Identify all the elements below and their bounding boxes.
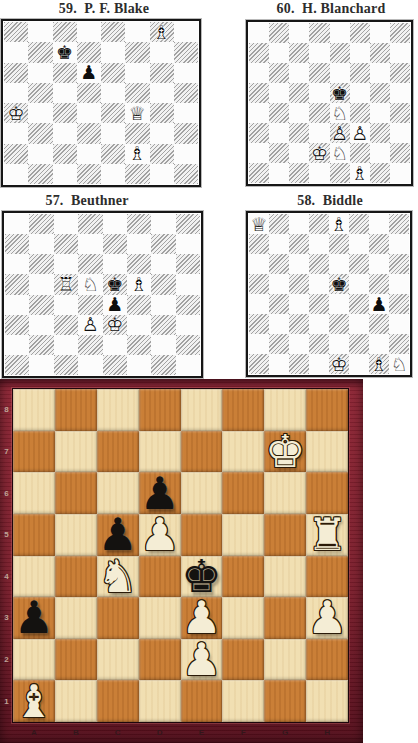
square-a5[interactable] — [13, 514, 55, 556]
square-b2[interactable] — [55, 639, 97, 681]
square-b3 — [269, 123, 289, 143]
square-c5 — [289, 274, 309, 294]
square-f2 — [127, 335, 151, 355]
square-f6 — [125, 63, 149, 83]
square-a3 — [4, 123, 28, 143]
square-b3 — [29, 315, 53, 335]
square-d6: ♟ — [77, 63, 101, 83]
square-d2: ♔ — [309, 143, 329, 163]
square-e7[interactable] — [181, 431, 223, 473]
square-h3 — [176, 315, 200, 335]
square-f8 — [127, 214, 151, 234]
rank-label-8: 8 — [0, 389, 13, 431]
square-c8[interactable] — [97, 389, 139, 431]
main-chess-board: ♚♟♟♟♜♞♚♟♟♟♟♝ 87654321 ABCDEFGH — [0, 379, 363, 743]
square-g6 — [150, 63, 174, 83]
square-d5 — [309, 274, 329, 294]
square-f5 — [125, 83, 149, 103]
file-label-E: E — [181, 728, 223, 737]
square-c1 — [53, 164, 77, 184]
diagram-57-title: 57. Beuthner — [45, 193, 128, 209]
square-h5[interactable]: ♜ — [306, 514, 348, 556]
square-d5: ♘ — [78, 274, 102, 294]
square-a8 — [4, 22, 28, 42]
white-bishop: ♗ — [351, 164, 368, 183]
square-f3[interactable] — [222, 597, 264, 639]
square-d6 — [309, 254, 329, 274]
square-g5 — [369, 274, 389, 294]
square-b7[interactable] — [55, 431, 97, 473]
square-d3 — [309, 314, 329, 334]
square-a4 — [249, 294, 269, 314]
square-b7 — [28, 42, 52, 62]
square-e8 — [101, 22, 125, 42]
diagram-59-board: ♗♚♟♔♕♗ — [1, 19, 201, 187]
square-f1[interactable] — [222, 680, 264, 722]
square-d7 — [309, 234, 329, 254]
square-a8[interactable] — [13, 389, 55, 431]
square-h6 — [176, 254, 200, 274]
square-e4 — [329, 294, 349, 314]
square-c8 — [289, 23, 309, 43]
rank-label-2: 2 — [0, 639, 13, 681]
square-f2 — [350, 143, 370, 163]
square-f4 — [349, 294, 369, 314]
square-g5 — [370, 83, 390, 103]
file-label-G: G — [264, 728, 306, 737]
square-f4: ♕ — [125, 103, 149, 123]
square-e6[interactable] — [181, 472, 223, 514]
square-h3[interactable]: ♟ — [306, 597, 348, 639]
square-e1 — [330, 163, 350, 183]
square-f3: ♙ — [350, 123, 370, 143]
square-b3 — [269, 314, 289, 334]
square-g1 — [150, 164, 174, 184]
square-h7[interactable] — [306, 431, 348, 473]
square-b4 — [28, 103, 52, 123]
square-e8: ♗ — [329, 214, 349, 234]
square-a4 — [249, 103, 269, 123]
square-d2[interactable] — [139, 639, 181, 681]
square-f3 — [127, 315, 151, 335]
square-d4[interactable] — [139, 556, 181, 598]
square-a7 — [5, 234, 29, 254]
square-e6 — [101, 63, 125, 83]
square-g4 — [370, 103, 390, 123]
square-g3 — [370, 123, 390, 143]
white-king: ♔ — [106, 315, 123, 334]
rank-label-5: 5 — [0, 514, 13, 556]
file-label-D: D — [139, 728, 181, 737]
square-d3[interactable] — [139, 597, 181, 639]
square-h5 — [174, 83, 198, 103]
square-a8 — [249, 23, 269, 43]
square-e6 — [330, 63, 350, 83]
square-a3 — [249, 314, 269, 334]
square-g8 — [369, 214, 389, 234]
square-g4: ♟ — [369, 294, 389, 314]
square-d2 — [77, 144, 101, 164]
square-b4 — [269, 294, 289, 314]
white-pawn[interactable]: ♟ — [181, 639, 221, 680]
square-a5 — [249, 83, 269, 103]
square-g7 — [151, 234, 175, 254]
square-h5 — [176, 274, 200, 294]
square-b1[interactable] — [55, 680, 97, 722]
square-c3 — [54, 315, 78, 335]
square-e5: ♚ — [103, 274, 127, 294]
square-e7 — [330, 43, 350, 63]
square-d3 — [309, 123, 329, 143]
square-h3 — [389, 314, 409, 334]
white-king: ♔ — [311, 144, 328, 163]
square-f5[interactable] — [222, 514, 264, 556]
square-a4 — [5, 295, 29, 315]
square-a8: ♕ — [249, 214, 269, 234]
square-h4 — [390, 103, 410, 123]
square-a2 — [5, 335, 29, 355]
square-c2[interactable] — [97, 639, 139, 681]
square-f8[interactable] — [222, 389, 264, 431]
rank-label-3: 3 — [0, 597, 13, 639]
square-b8 — [269, 23, 289, 43]
square-b5 — [29, 274, 53, 294]
square-h7 — [389, 234, 409, 254]
square-e1 — [101, 164, 125, 184]
square-f5: ♗ — [127, 274, 151, 294]
square-g5[interactable] — [264, 514, 306, 556]
square-f2: ♗ — [125, 144, 149, 164]
white-knight: ♘ — [82, 275, 99, 294]
square-d6 — [309, 63, 329, 83]
square-e3: ♙ — [330, 123, 350, 143]
diagram-58-title: 58. Biddle — [297, 193, 363, 209]
square-b1 — [269, 163, 289, 183]
square-f6 — [127, 254, 151, 274]
square-g6 — [151, 254, 175, 274]
square-f7 — [349, 234, 369, 254]
square-c1 — [54, 355, 78, 375]
square-a6[interactable] — [13, 472, 55, 514]
square-f6 — [350, 63, 370, 83]
white-queen: ♕ — [250, 215, 267, 234]
square-b8 — [29, 214, 53, 234]
square-f1 — [127, 355, 151, 375]
square-d5[interactable]: ♟ — [139, 514, 181, 556]
square-f6 — [349, 254, 369, 274]
square-e4 — [101, 103, 125, 123]
square-e1[interactable] — [181, 680, 223, 722]
square-b3[interactable] — [55, 597, 97, 639]
square-b7 — [29, 234, 53, 254]
square-h1[interactable] — [306, 680, 348, 722]
square-g6 — [370, 63, 390, 83]
black-king: ♚ — [56, 43, 73, 62]
rank-label-4: 4 — [0, 556, 13, 598]
square-a1 — [4, 164, 28, 184]
square-d7 — [77, 42, 101, 62]
square-f2 — [349, 334, 369, 354]
square-h1 — [390, 163, 410, 183]
square-g7 — [150, 42, 174, 62]
square-b7 — [269, 234, 289, 254]
square-f6[interactable] — [222, 472, 264, 514]
square-c4 — [54, 295, 78, 315]
black-pawn: ♟ — [106, 295, 123, 314]
square-c2 — [289, 143, 309, 163]
square-e2 — [103, 335, 127, 355]
white-king: ♔ — [330, 355, 347, 374]
square-g1 — [370, 163, 390, 183]
square-f7 — [127, 234, 151, 254]
square-b2 — [28, 144, 52, 164]
black-pawn[interactable]: ♟ — [14, 597, 54, 638]
square-e3 — [329, 314, 349, 334]
square-g1[interactable] — [264, 680, 306, 722]
white-pawn[interactable]: ♟ — [139, 514, 179, 555]
square-e2: ♘ — [330, 143, 350, 163]
square-b5 — [269, 83, 289, 103]
square-d3: ♙ — [78, 315, 102, 335]
square-b4 — [269, 103, 289, 123]
square-c6 — [289, 63, 309, 83]
square-f5 — [350, 83, 370, 103]
square-g8 — [370, 23, 390, 43]
square-e3: ♔ — [103, 315, 127, 335]
square-b5[interactable] — [55, 514, 97, 556]
square-g5 — [150, 83, 174, 103]
square-f8 — [350, 23, 370, 43]
black-pawn: ♟ — [80, 63, 97, 82]
black-king: ♚ — [331, 84, 348, 103]
square-c7[interactable] — [97, 431, 139, 473]
square-c5 — [289, 83, 309, 103]
square-a6 — [5, 254, 29, 274]
square-h1 — [174, 164, 198, 184]
square-e7 — [103, 234, 127, 254]
square-h6 — [174, 63, 198, 83]
white-knight: ♘ — [390, 355, 407, 374]
square-d5 — [309, 83, 329, 103]
square-c1 — [289, 354, 309, 374]
diagram-60-board: ♚♘♙♙♔♘♗ — [246, 20, 413, 186]
square-a5 — [249, 274, 269, 294]
square-h7 — [176, 234, 200, 254]
square-a7[interactable] — [13, 431, 55, 473]
square-g4[interactable] — [264, 556, 306, 598]
square-a1[interactable]: ♝ — [13, 680, 55, 722]
square-f7[interactable] — [222, 431, 264, 473]
square-h4 — [174, 103, 198, 123]
page: 59. P. F. Blake 60. H. Blanchard ♗♚♟♔♕♗ … — [0, 0, 418, 743]
square-c8 — [54, 214, 78, 234]
square-a1 — [5, 355, 29, 375]
square-a1 — [249, 163, 269, 183]
square-d3 — [77, 123, 101, 143]
square-d4 — [78, 295, 102, 315]
square-h7 — [390, 43, 410, 63]
square-d7 — [78, 234, 102, 254]
square-a5 — [5, 274, 29, 294]
square-a4: ♔ — [4, 103, 28, 123]
square-h8[interactable] — [306, 389, 348, 431]
square-d1 — [309, 163, 329, 183]
white-knight[interactable]: ♞ — [98, 556, 138, 597]
square-a6 — [249, 63, 269, 83]
white-rook[interactable]: ♜ — [307, 514, 347, 555]
square-f5 — [349, 274, 369, 294]
square-a2 — [249, 143, 269, 163]
square-g6 — [369, 254, 389, 274]
square-h5 — [390, 83, 410, 103]
square-b4[interactable] — [55, 556, 97, 598]
square-c8 — [289, 214, 309, 234]
square-b1 — [29, 355, 53, 375]
square-g4 — [151, 295, 175, 315]
square-e5: ♚ — [329, 274, 349, 294]
square-f1 — [125, 164, 149, 184]
square-c7 — [54, 234, 78, 254]
square-c6 — [53, 63, 77, 83]
square-c1[interactable] — [97, 680, 139, 722]
white-bishop[interactable]: ♝ — [14, 681, 54, 722]
square-c7: ♚ — [53, 42, 77, 62]
square-b8 — [269, 214, 289, 234]
square-b3 — [28, 123, 52, 143]
square-e1 — [103, 355, 127, 375]
square-g7[interactable]: ♚ — [264, 431, 306, 473]
square-e8[interactable] — [181, 389, 223, 431]
square-g3[interactable] — [264, 597, 306, 639]
diagram-57-board: ♖♘♚♗♟♙♔ — [2, 211, 203, 378]
square-c7 — [289, 234, 309, 254]
square-e7 — [329, 234, 349, 254]
square-h7 — [174, 42, 198, 62]
square-c2 — [289, 334, 309, 354]
white-bishop: ♗ — [153, 23, 170, 42]
black-king: ♚ — [330, 275, 347, 294]
square-g2 — [369, 334, 389, 354]
white-pawn: ♙ — [82, 315, 99, 334]
square-h1 — [176, 355, 200, 375]
square-f4 — [350, 103, 370, 123]
square-e1: ♔ — [329, 354, 349, 374]
file-label-F: F — [222, 728, 264, 737]
square-b6 — [29, 254, 53, 274]
white-knight: ♘ — [331, 104, 348, 123]
square-g4 — [150, 103, 174, 123]
square-f1: ♗ — [350, 163, 370, 183]
square-a3 — [249, 123, 269, 143]
square-d8[interactable] — [139, 389, 181, 431]
square-b2 — [269, 334, 289, 354]
square-a2 — [4, 144, 28, 164]
square-a3[interactable]: ♟ — [13, 597, 55, 639]
square-a5 — [4, 83, 28, 103]
square-d1 — [309, 354, 329, 374]
black-king: ♚ — [106, 275, 123, 294]
square-b6 — [269, 63, 289, 83]
white-bishop: ♗ — [131, 275, 148, 294]
square-c1 — [289, 163, 309, 183]
square-d4 — [77, 103, 101, 123]
square-g3 — [150, 123, 174, 143]
square-c6 — [289, 254, 309, 274]
square-e2 — [101, 144, 125, 164]
diagram-59-title: 59. P. F. Blake — [59, 1, 149, 17]
square-e2[interactable]: ♟ — [181, 639, 223, 681]
white-king[interactable]: ♚ — [265, 431, 305, 472]
square-c3 — [289, 314, 309, 334]
square-d1 — [78, 355, 102, 375]
square-d4 — [309, 103, 329, 123]
square-c5 — [53, 83, 77, 103]
square-e8 — [103, 214, 127, 234]
file-label-H: H — [306, 728, 348, 737]
square-g2[interactable] — [264, 639, 306, 681]
square-h8 — [390, 23, 410, 43]
square-b6[interactable] — [55, 472, 97, 514]
rank-label-1: 1 — [0, 680, 13, 722]
square-c3[interactable] — [97, 597, 139, 639]
square-c4 — [289, 103, 309, 123]
square-c4 — [289, 294, 309, 314]
square-f2[interactable] — [222, 639, 264, 681]
square-g2 — [150, 144, 174, 164]
square-c6 — [54, 254, 78, 274]
square-d7[interactable] — [139, 431, 181, 473]
square-a7 — [4, 42, 28, 62]
diagram-60-title: 60. H. Blanchard — [277, 1, 386, 17]
square-b8[interactable] — [55, 389, 97, 431]
white-king: ♔ — [8, 104, 25, 123]
square-b8 — [28, 22, 52, 42]
square-a6 — [249, 254, 269, 274]
square-b6 — [28, 63, 52, 83]
square-h8 — [389, 214, 409, 234]
square-g6[interactable] — [264, 472, 306, 514]
square-d2 — [78, 335, 102, 355]
square-g8: ♗ — [150, 22, 174, 42]
square-b7 — [269, 43, 289, 63]
square-g3 — [369, 314, 389, 334]
square-c5: ♖ — [54, 274, 78, 294]
square-c8 — [53, 22, 77, 42]
square-g3 — [151, 315, 175, 335]
square-c3 — [289, 123, 309, 143]
square-d1[interactable] — [139, 680, 181, 722]
square-f8 — [349, 214, 369, 234]
square-h2 — [389, 334, 409, 354]
square-h2[interactable] — [306, 639, 348, 681]
file-label-C: C — [97, 728, 139, 737]
square-g2 — [370, 143, 390, 163]
square-h4 — [176, 295, 200, 315]
square-d2 — [309, 334, 329, 354]
white-bishop: ♗ — [330, 215, 347, 234]
square-a1 — [249, 354, 269, 374]
square-b2 — [29, 335, 53, 355]
rank-label-7: 7 — [0, 431, 13, 473]
square-c4[interactable]: ♞ — [97, 556, 139, 598]
square-f4[interactable] — [222, 556, 264, 598]
square-e4: ♘ — [330, 103, 350, 123]
black-pawn: ♟ — [370, 295, 387, 314]
square-d4 — [309, 294, 329, 314]
white-pawn[interactable]: ♟ — [307, 597, 347, 638]
white-queen: ♕ — [129, 104, 146, 123]
square-g8 — [151, 214, 175, 234]
